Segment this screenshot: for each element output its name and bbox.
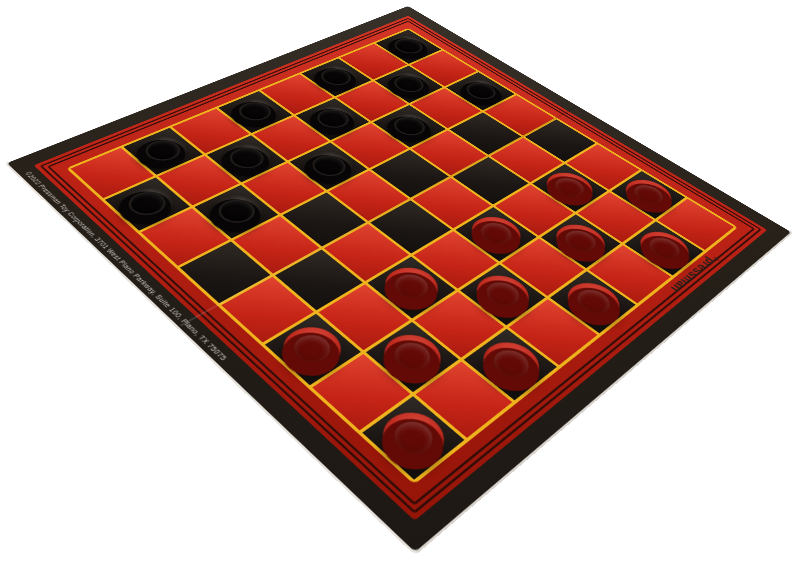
product-photo-stage: ©2022 Pressman Toy Corporation, 3701 Wes…	[0, 0, 800, 566]
board-yellow-frame	[66, 28, 738, 484]
checkers-board: ©2022 Pressman Toy Corporation, 3701 Wes…	[7, 6, 791, 552]
playing-field	[71, 30, 734, 480]
